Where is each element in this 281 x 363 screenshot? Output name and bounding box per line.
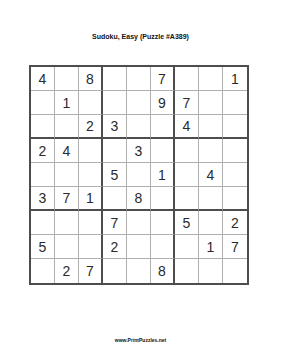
puzzle-title: Sudoku, Easy (Puzzle #A389) xyxy=(0,33,281,40)
cell-r6c5[interactable]: 8 xyxy=(127,187,151,211)
cell-r8c5[interactable] xyxy=(127,235,151,259)
cell-r6c1[interactable]: 3 xyxy=(31,187,55,211)
cell-r5c3[interactable] xyxy=(79,163,103,187)
cell-r3c1[interactable] xyxy=(31,115,55,139)
cell-r4c1[interactable]: 2 xyxy=(31,139,55,163)
cell-r4c7[interactable] xyxy=(175,139,199,163)
cell-r2c1[interactable] xyxy=(31,91,55,115)
cell-r7c6[interactable] xyxy=(151,211,175,235)
cell-r7c8[interactable] xyxy=(199,211,223,235)
cell-r6c3[interactable]: 1 xyxy=(79,187,103,211)
cell-r4c6[interactable] xyxy=(151,139,175,163)
cell-r5c7[interactable] xyxy=(175,163,199,187)
cell-r8c4[interactable]: 2 xyxy=(103,235,127,259)
sudoku-grid: 487119723424351437187525217278 xyxy=(29,65,249,285)
cell-r8c8[interactable]: 1 xyxy=(199,235,223,259)
cell-r5c8[interactable]: 4 xyxy=(199,163,223,187)
cell-r6c9[interactable] xyxy=(223,187,247,211)
cell-r6c8[interactable] xyxy=(199,187,223,211)
cell-r5c2[interactable] xyxy=(55,163,79,187)
cell-r5c4[interactable]: 5 xyxy=(103,163,127,187)
cell-r9c5[interactable] xyxy=(127,259,151,283)
cell-r1c7[interactable] xyxy=(175,67,199,91)
cell-r1c4[interactable] xyxy=(103,67,127,91)
cell-r7c2[interactable] xyxy=(55,211,79,235)
cell-r2c7[interactable]: 7 xyxy=(175,91,199,115)
cell-r7c4[interactable]: 7 xyxy=(103,211,127,235)
cell-r3c7[interactable]: 4 xyxy=(175,115,199,139)
cell-r1c3[interactable]: 8 xyxy=(79,67,103,91)
cell-r2c9[interactable] xyxy=(223,91,247,115)
cell-r9c3[interactable]: 7 xyxy=(79,259,103,283)
cell-r7c7[interactable]: 5 xyxy=(175,211,199,235)
cell-r2c6[interactable]: 9 xyxy=(151,91,175,115)
cell-r6c4[interactable] xyxy=(103,187,127,211)
cell-r2c3[interactable] xyxy=(79,91,103,115)
cell-r1c5[interactable] xyxy=(127,67,151,91)
cell-r8c9[interactable]: 7 xyxy=(223,235,247,259)
cell-r8c1[interactable]: 5 xyxy=(31,235,55,259)
cell-r6c6[interactable] xyxy=(151,187,175,211)
cell-r3c9[interactable] xyxy=(223,115,247,139)
cell-r5c9[interactable] xyxy=(223,163,247,187)
cell-r4c2[interactable]: 4 xyxy=(55,139,79,163)
cell-r9c4[interactable] xyxy=(103,259,127,283)
cell-r3c5[interactable] xyxy=(127,115,151,139)
cell-r2c2[interactable]: 1 xyxy=(55,91,79,115)
cell-r7c9[interactable]: 2 xyxy=(223,211,247,235)
cell-r9c1[interactable] xyxy=(31,259,55,283)
cell-r9c2[interactable]: 2 xyxy=(55,259,79,283)
cell-r4c8[interactable] xyxy=(199,139,223,163)
cell-r8c7[interactable] xyxy=(175,235,199,259)
cell-r3c8[interactable] xyxy=(199,115,223,139)
cell-r5c5[interactable] xyxy=(127,163,151,187)
cell-r3c6[interactable] xyxy=(151,115,175,139)
cell-r7c3[interactable] xyxy=(79,211,103,235)
cell-r4c4[interactable] xyxy=(103,139,127,163)
cell-r8c6[interactable] xyxy=(151,235,175,259)
cell-r7c1[interactable] xyxy=(31,211,55,235)
cell-r2c8[interactable] xyxy=(199,91,223,115)
cell-r3c2[interactable] xyxy=(55,115,79,139)
cell-r4c9[interactable] xyxy=(223,139,247,163)
cell-r3c3[interactable]: 2 xyxy=(79,115,103,139)
cell-r9c7[interactable] xyxy=(175,259,199,283)
cell-r2c5[interactable] xyxy=(127,91,151,115)
footer-url: www.PrintPuzzles.net xyxy=(0,337,281,343)
cell-r2c4[interactable] xyxy=(103,91,127,115)
cell-r1c2[interactable] xyxy=(55,67,79,91)
cell-r4c5[interactable]: 3 xyxy=(127,139,151,163)
cell-r8c2[interactable] xyxy=(55,235,79,259)
cell-r6c7[interactable] xyxy=(175,187,199,211)
cell-r3c4[interactable]: 3 xyxy=(103,115,127,139)
cell-r8c3[interactable] xyxy=(79,235,103,259)
cell-r1c8[interactable] xyxy=(199,67,223,91)
cell-r5c1[interactable] xyxy=(31,163,55,187)
cell-r1c1[interactable]: 4 xyxy=(31,67,55,91)
cell-r9c9[interactable] xyxy=(223,259,247,283)
cell-r9c6[interactable]: 8 xyxy=(151,259,175,283)
cell-r5c6[interactable]: 1 xyxy=(151,163,175,187)
cell-r7c5[interactable] xyxy=(127,211,151,235)
cell-r4c3[interactable] xyxy=(79,139,103,163)
cell-r1c6[interactable]: 7 xyxy=(151,67,175,91)
cell-r6c2[interactable]: 7 xyxy=(55,187,79,211)
cell-r9c8[interactable] xyxy=(199,259,223,283)
cell-r1c9[interactable]: 1 xyxy=(223,67,247,91)
